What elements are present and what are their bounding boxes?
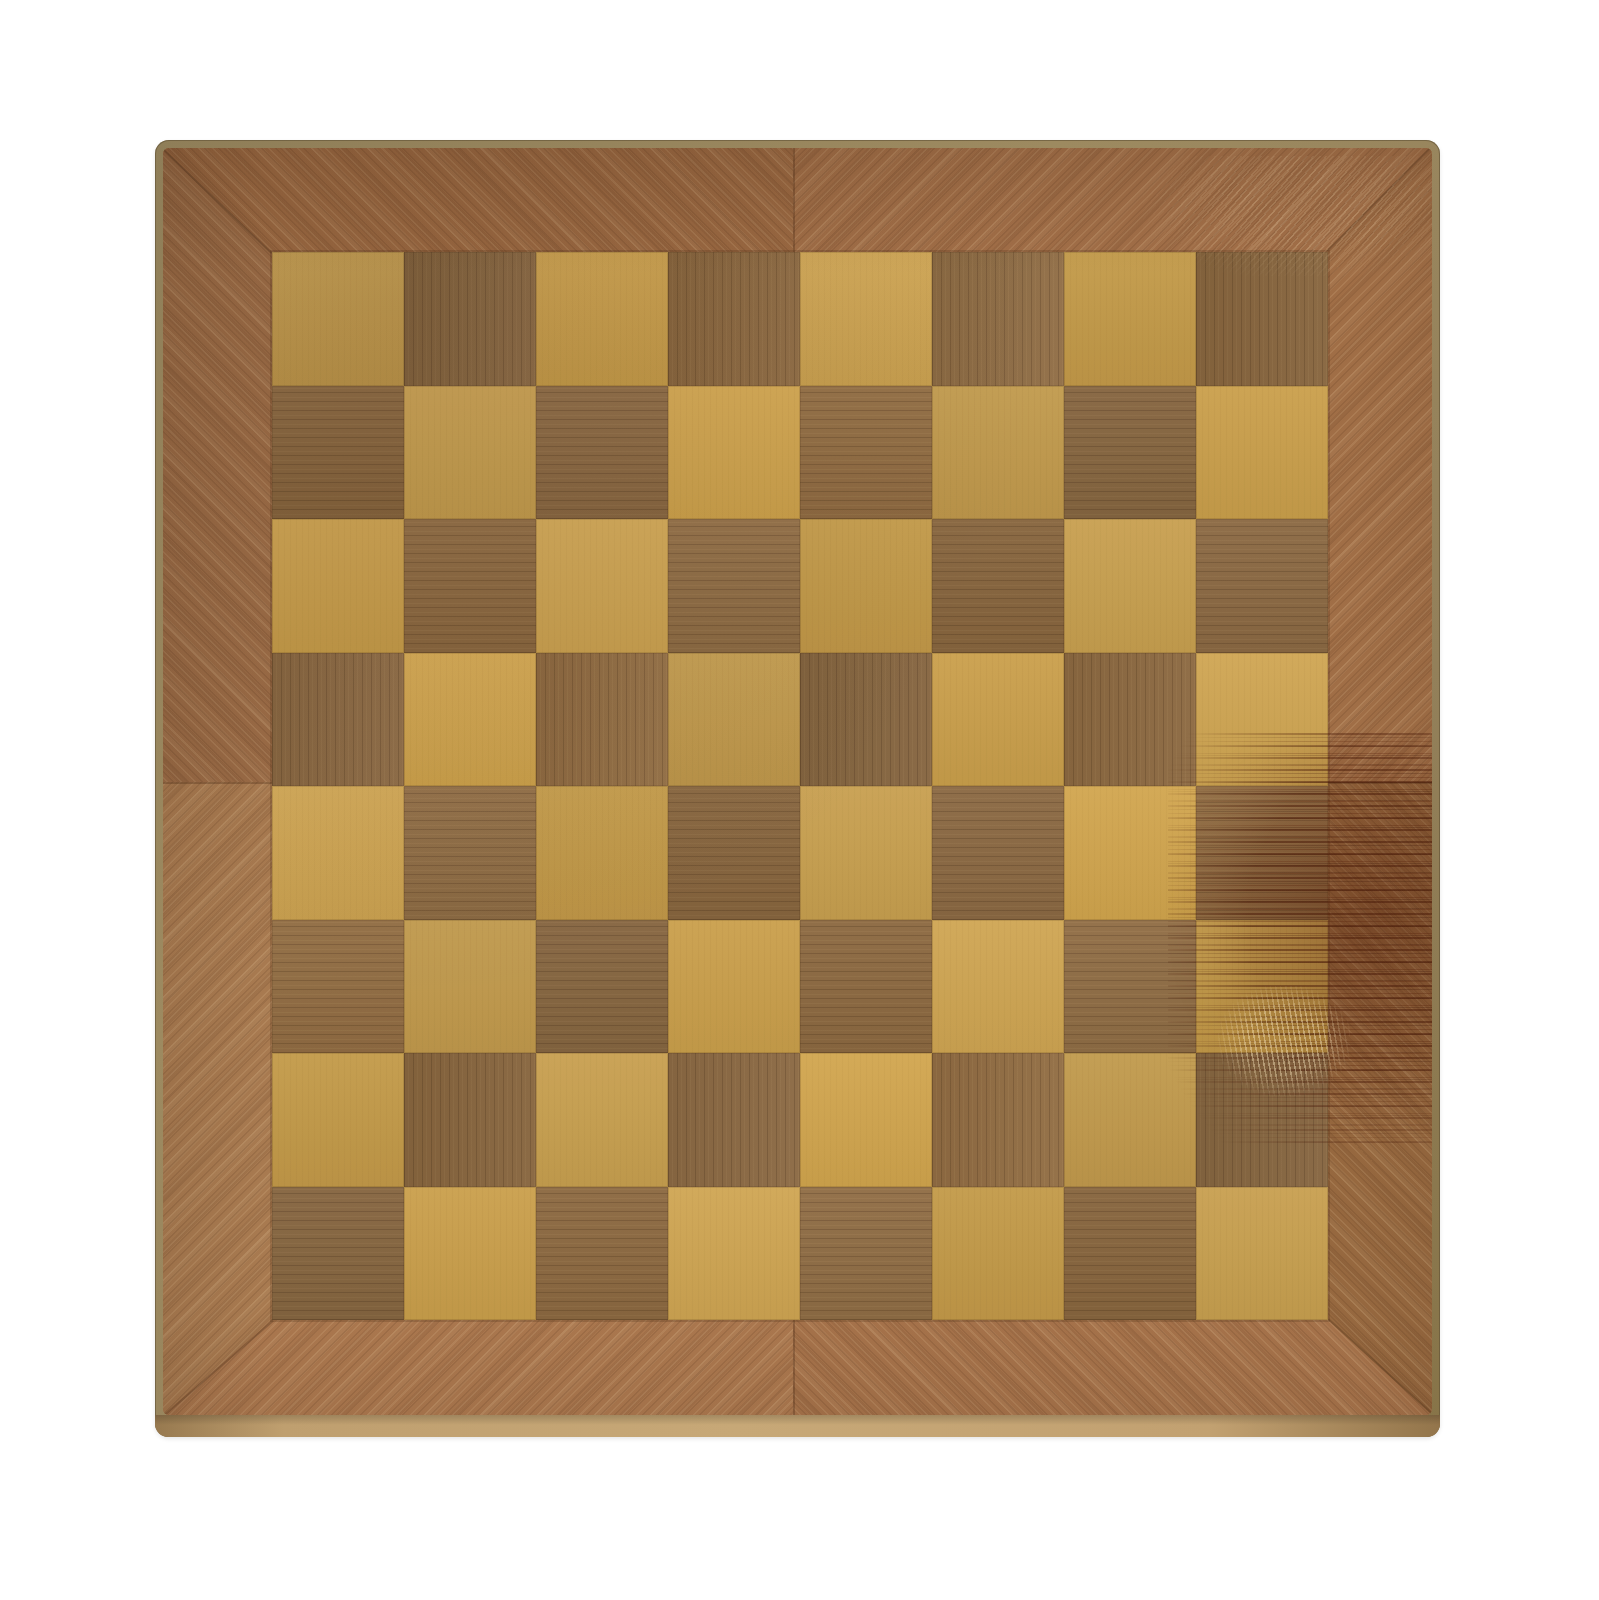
square-a1	[272, 1187, 404, 1321]
square-a8	[272, 252, 404, 386]
square-e2	[800, 1053, 932, 1187]
square-b1	[404, 1187, 536, 1321]
square-a6	[272, 519, 404, 653]
product-photo	[0, 0, 1599, 1600]
square-g7	[1064, 386, 1196, 520]
square-b4	[404, 786, 536, 920]
square-h6	[1196, 519, 1328, 653]
square-f8	[932, 252, 1064, 386]
square-b2	[404, 1053, 536, 1187]
square-h8	[1196, 252, 1328, 386]
square-d1	[668, 1187, 800, 1321]
square-d6	[668, 519, 800, 653]
square-f7	[932, 386, 1064, 520]
square-b7	[404, 386, 536, 520]
square-g8	[1064, 252, 1196, 386]
frame-seam-bottom-center	[793, 1320, 795, 1415]
chessboard	[155, 140, 1440, 1437]
square-d5	[668, 653, 800, 787]
square-f3	[932, 920, 1064, 1054]
square-f1	[932, 1187, 1064, 1321]
square-e8	[800, 252, 932, 386]
square-b6	[404, 519, 536, 653]
square-d4	[668, 786, 800, 920]
square-c5	[536, 653, 668, 787]
frame-seam-left-center	[163, 782, 272, 784]
square-b3	[404, 920, 536, 1054]
square-e3	[800, 920, 932, 1054]
square-c4	[536, 786, 668, 920]
square-h1	[1196, 1187, 1328, 1321]
square-f2	[932, 1053, 1064, 1187]
board-side-edge	[155, 1415, 1440, 1437]
square-c3	[536, 920, 668, 1054]
square-c1	[536, 1187, 668, 1321]
frame-seam-right-center	[1328, 782, 1432, 784]
square-f6	[932, 519, 1064, 653]
square-a5	[272, 653, 404, 787]
square-g2	[1064, 1053, 1196, 1187]
square-a4	[272, 786, 404, 920]
square-d8	[668, 252, 800, 386]
square-a3	[272, 920, 404, 1054]
square-d2	[668, 1053, 800, 1187]
square-d7	[668, 386, 800, 520]
square-h2	[1196, 1053, 1328, 1187]
square-h3	[1196, 920, 1328, 1054]
square-b5	[404, 653, 536, 787]
square-d3	[668, 920, 800, 1054]
square-e5	[800, 653, 932, 787]
square-g3	[1064, 920, 1196, 1054]
square-c7	[536, 386, 668, 520]
square-a7	[272, 386, 404, 520]
square-h4	[1196, 786, 1328, 920]
square-h7	[1196, 386, 1328, 520]
square-g5	[1064, 653, 1196, 787]
square-e6	[800, 519, 932, 653]
square-f4	[932, 786, 1064, 920]
square-h5	[1196, 653, 1328, 787]
square-e4	[800, 786, 932, 920]
square-e1	[800, 1187, 932, 1321]
square-c2	[536, 1053, 668, 1187]
board-frame	[163, 148, 1432, 1415]
square-c8	[536, 252, 668, 386]
frame-seam-top-center	[793, 148, 795, 252]
square-a2	[272, 1053, 404, 1187]
square-g1	[1064, 1187, 1196, 1321]
square-b8	[404, 252, 536, 386]
square-g4	[1064, 786, 1196, 920]
square-g6	[1064, 519, 1196, 653]
square-c6	[536, 519, 668, 653]
playing-area	[272, 252, 1328, 1320]
square-f5	[932, 653, 1064, 787]
square-e7	[800, 386, 932, 520]
